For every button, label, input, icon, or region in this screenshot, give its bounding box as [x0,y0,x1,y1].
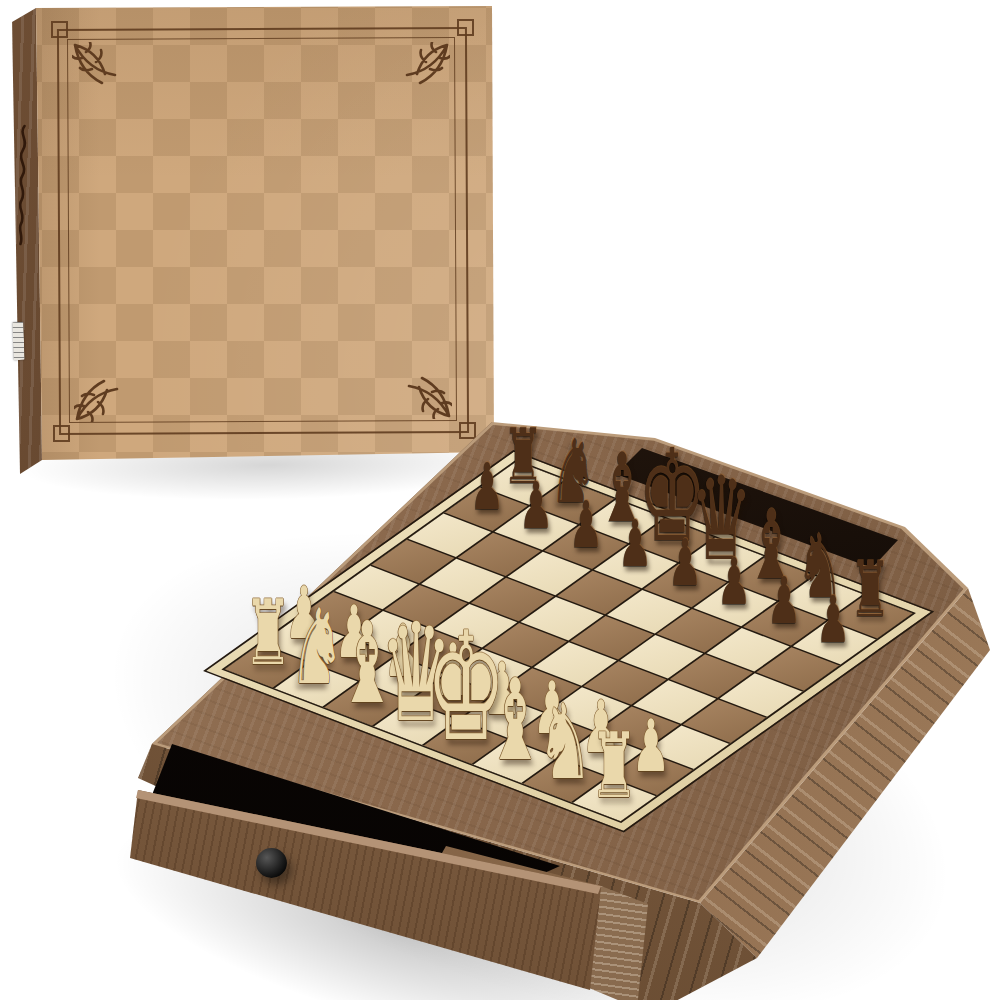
drawer-knob [256,848,287,878]
corner-ornament-icon [404,42,450,88]
scene: ♜♞♝♚♛♝♞♜♟♟♟♟♟♟♟♟♟♟♟♟♟♟♟♟♜♞♝♛♚♝♞♜ [0,0,1000,1000]
frame-corner-knot [53,425,70,442]
corner-ornament-icon [72,42,118,88]
package-frame-inner [67,37,457,423]
frame-corner-knot [459,422,476,439]
spine-logo-script-icon [12,120,33,250]
corner-ornament-icon [74,376,120,422]
spine-label [12,322,24,360]
corner-ornament-icon [406,373,452,419]
frame-corner-knot [457,19,474,36]
frame-corner-knot [51,21,68,38]
